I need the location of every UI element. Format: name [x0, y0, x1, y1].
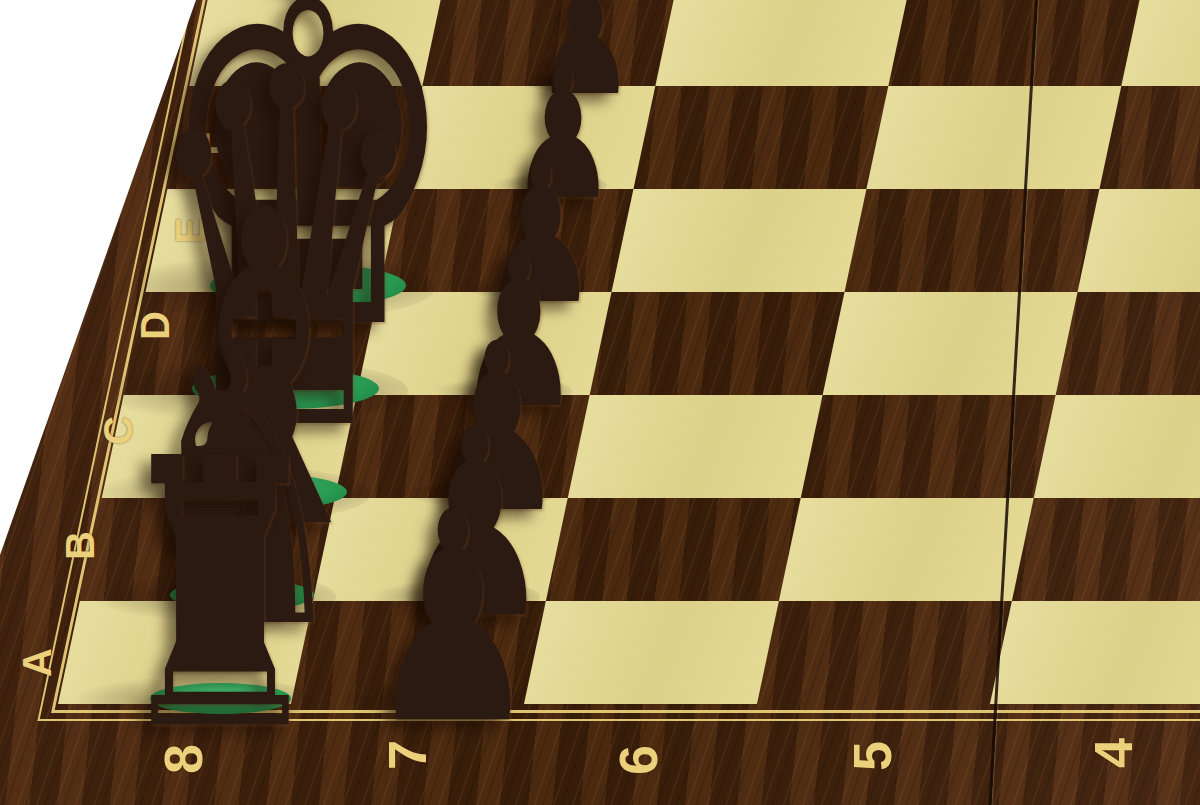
square-b4[interactable] — [1012, 498, 1200, 601]
square-a5[interactable] — [757, 601, 1012, 704]
square-f5[interactable] — [866, 86, 1121, 189]
square-c4[interactable] — [1034, 395, 1200, 498]
rank-label-5: 5 — [841, 741, 903, 771]
rank-label-4: 4 — [1082, 738, 1144, 768]
square-a4[interactable] — [990, 601, 1200, 704]
square-d5[interactable] — [823, 292, 1078, 395]
square-c5[interactable] — [801, 395, 1056, 498]
square-g5[interactable] — [888, 0, 1143, 86]
square-b5[interactable] — [779, 498, 1034, 601]
pawn-glyph: ♟ — [282, 474, 625, 764]
square-e5[interactable] — [845, 189, 1100, 292]
chessboard-photo: FEDCBA87654 ♚♛♝♞♜♟♟♟♟♟♟♟ — [0, 0, 1200, 805]
square-d4[interactable] — [1056, 292, 1200, 395]
